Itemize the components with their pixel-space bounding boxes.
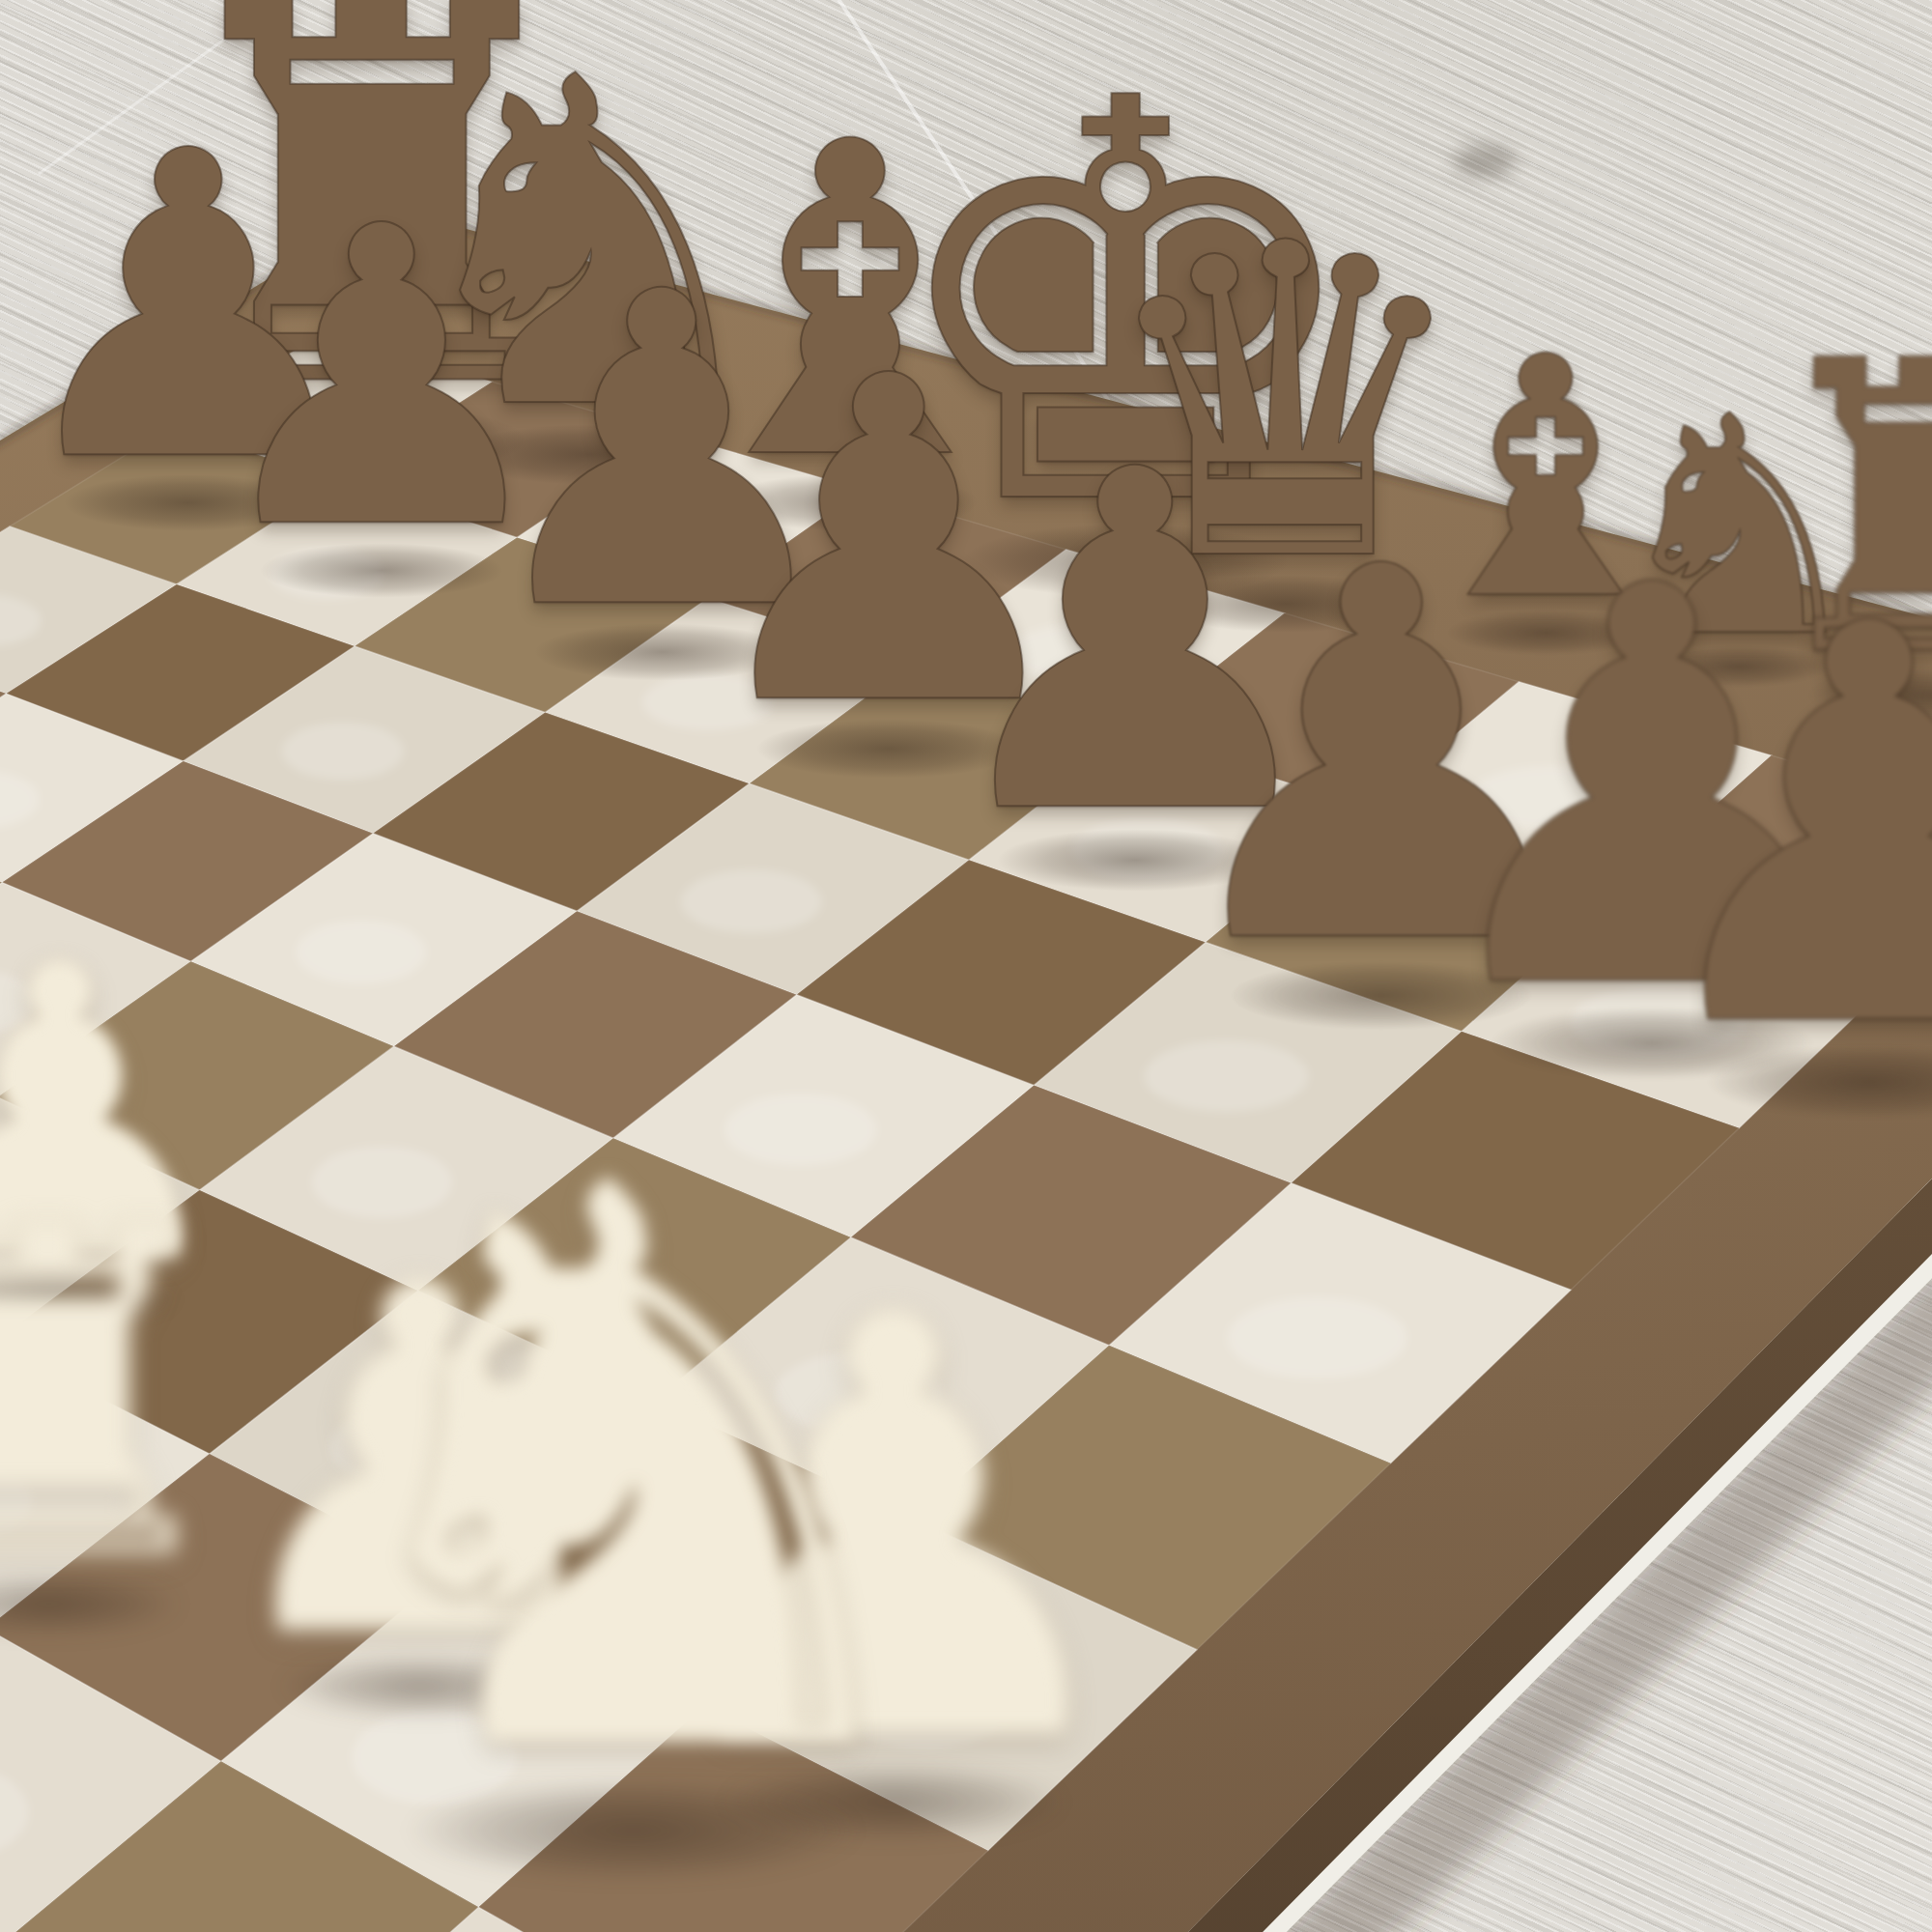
tile-sheen <box>282 723 404 780</box>
tile-sheen <box>724 1094 876 1165</box>
tile-sheen <box>312 1147 452 1218</box>
tile-sheen <box>330 1406 482 1488</box>
tile-sheen <box>1072 818 1223 881</box>
tile-sheen <box>775 1352 940 1434</box>
tile-sheen <box>1009 624 1150 680</box>
tile-sheen <box>1571 986 1747 1057</box>
tile-sheen <box>681 869 822 933</box>
tile-sheen <box>1228 1297 1407 1378</box>
tile-sheen <box>610 501 731 553</box>
tile-sheen <box>1469 766 1632 829</box>
tile-sheen <box>259 393 366 440</box>
tile-sheen <box>1144 1040 1308 1112</box>
tile-sheen <box>296 921 426 984</box>
tile-sheen <box>643 674 774 731</box>
chess-board <box>0 0 1932 1932</box>
tile-sheen <box>834 1655 1015 1748</box>
tile-sheen <box>270 548 384 599</box>
tile-sheen <box>352 1710 517 1804</box>
chess-photo-scene: ♜♜♞♞♝♝♟♟♚♚♟♟♛♛♝♝♟♟♞♞♜♟♟♟♟♟♟♟♟♟♜♟♟♞ <box>0 0 1932 1932</box>
